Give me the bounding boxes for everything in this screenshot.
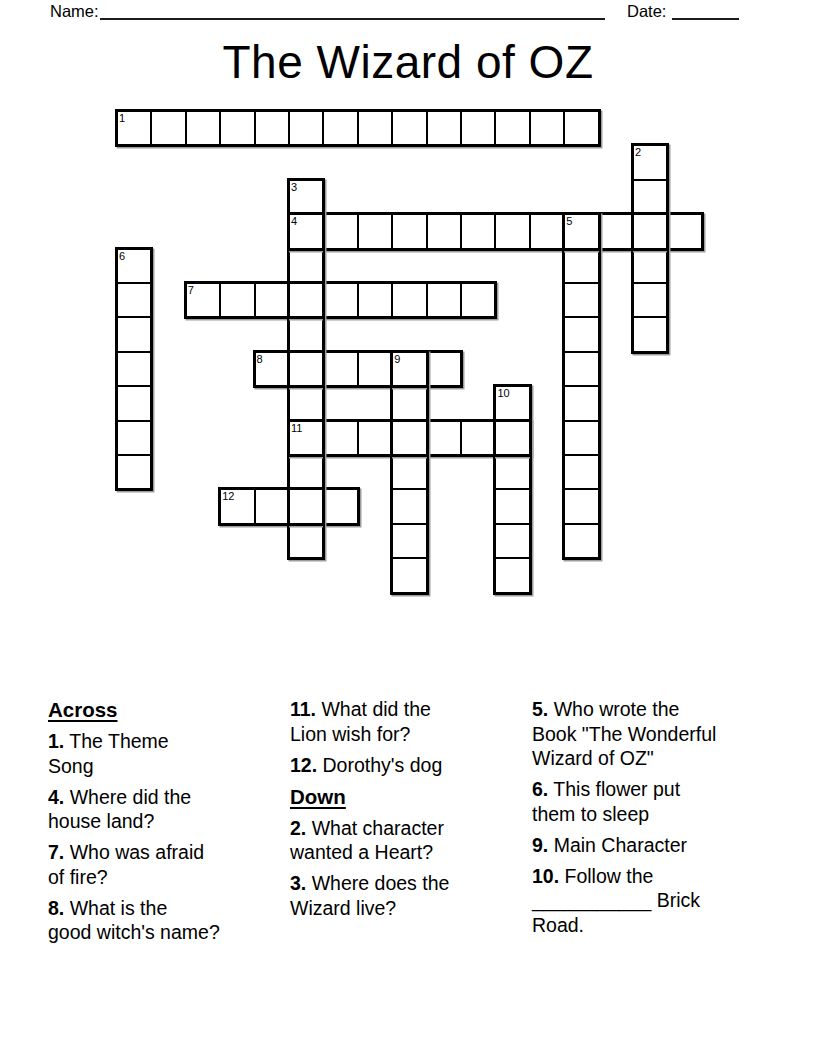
grid-cell[interactable] — [563, 248, 599, 284]
grid-cell[interactable] — [460, 282, 496, 318]
grid-cell[interactable] — [494, 557, 530, 593]
cell-number-label: 3 — [291, 182, 297, 193]
clues-heading: Across — [48, 697, 270, 722]
grid-cell[interactable] — [426, 351, 462, 387]
grid-cell[interactable] — [529, 213, 565, 249]
grid-cell[interactable] — [494, 523, 530, 559]
grid-cell[interactable] — [254, 110, 290, 146]
crossword-grid: 123456789101112 — [116, 110, 703, 594]
grid-cell[interactable] — [288, 110, 324, 146]
grid-cell[interactable] — [357, 282, 393, 318]
date-label: Date: — [627, 2, 666, 21]
grid-cell[interactable] — [563, 420, 599, 456]
grid-cell[interactable] — [357, 213, 393, 249]
grid-cell[interactable] — [563, 110, 599, 146]
grid-cell[interactable] — [632, 282, 668, 318]
grid-cell[interactable] — [529, 110, 565, 146]
grid-cell[interactable] — [426, 282, 462, 318]
grid-cell[interactable] — [391, 110, 427, 146]
clues-heading: Down — [290, 784, 515, 809]
clue-item: 7. Who was afraidof fire? — [48, 840, 270, 889]
cell-number-label: 8 — [257, 354, 263, 365]
grid-cell[interactable] — [460, 420, 496, 456]
grid-cell[interactable] — [288, 488, 324, 524]
grid-cell[interactable] — [598, 213, 634, 249]
clue-item: 11. What did theLion wish for? — [290, 697, 515, 746]
cell-number-label: 11 — [291, 423, 302, 434]
cell-number-label: 4 — [291, 216, 297, 227]
clue-number: 7. — [48, 841, 64, 863]
grid-cell[interactable] — [391, 523, 427, 559]
page-title: The Wizard of OZ — [0, 36, 816, 88]
clue-item: 9. Main Character — [532, 833, 777, 858]
grid-cell[interactable] — [116, 454, 152, 490]
date-blank-line — [672, 18, 739, 20]
clue-column-3: 5. Who wrote theBook "The WonderfulWizar… — [532, 697, 777, 944]
grid-cell[interactable] — [460, 110, 496, 146]
grid-cell[interactable] — [254, 282, 290, 318]
grid-cell[interactable] — [288, 385, 324, 421]
name-blank-line — [100, 18, 605, 20]
grid-cell[interactable] — [219, 110, 255, 146]
grid-cell[interactable] — [632, 316, 668, 352]
clue-number: 11. — [290, 698, 316, 720]
grid-cell[interactable] — [322, 420, 358, 456]
clue-number: 10. — [532, 865, 559, 887]
clue-column-2: 11. What did theLion wish for?12. Doroth… — [290, 697, 515, 927]
clue-number: 5. — [532, 698, 548, 720]
grid-cell[interactable] — [632, 179, 668, 215]
grid-cell[interactable] — [116, 351, 152, 387]
grid-cell[interactable] — [185, 110, 221, 146]
grid-cell[interactable] — [494, 488, 530, 524]
grid-cell[interactable] — [322, 213, 358, 249]
grid-cell[interactable] — [288, 248, 324, 284]
cell-number-label: 6 — [119, 251, 125, 262]
grid-cell[interactable] — [322, 110, 358, 146]
grid-cell[interactable] — [288, 282, 324, 318]
grid-cell[interactable] — [116, 316, 152, 352]
grid-cell[interactable] — [563, 523, 599, 559]
grid-cell[interactable] — [426, 213, 462, 249]
grid-cell[interactable] — [426, 110, 462, 146]
grid-cell[interactable] — [563, 488, 599, 524]
name-label: Name: — [50, 2, 99, 21]
grid-cell[interactable] — [391, 282, 427, 318]
grid-cell[interactable] — [563, 454, 599, 490]
grid-cell[interactable] — [563, 385, 599, 421]
grid-cell[interactable] — [391, 420, 427, 456]
clue-number: 9. — [532, 834, 548, 856]
grid-cell[interactable] — [116, 420, 152, 456]
clue-number: 8. — [48, 897, 64, 919]
grid-cell[interactable] — [116, 385, 152, 421]
clue-number: 12. — [290, 754, 317, 776]
clue-item: 2. What characterwanted a Heart? — [290, 816, 515, 865]
grid-cell[interactable] — [322, 488, 358, 524]
clue-number: 4. — [48, 786, 64, 808]
grid-cell[interactable] — [563, 282, 599, 318]
grid-cell[interactable] — [460, 213, 496, 249]
grid-cell[interactable] — [391, 488, 427, 524]
grid-cell[interactable] — [426, 420, 462, 456]
grid-cell[interactable] — [357, 110, 393, 146]
clue-item: 12. Dorothy's dog — [290, 753, 515, 778]
grid-cell[interactable] — [666, 213, 702, 249]
cell-number-label: 5 — [566, 216, 572, 227]
clue-column-1: Across1. The ThemeSong4. Where did theho… — [48, 697, 270, 951]
grid-cell[interactable] — [391, 385, 427, 421]
grid-cell[interactable] — [391, 454, 427, 490]
grid-cell[interactable] — [288, 351, 324, 387]
grid-cell[interactable] — [322, 351, 358, 387]
grid-cell[interactable] — [391, 213, 427, 249]
grid-cell[interactable] — [150, 110, 186, 146]
grid-cell[interactable] — [632, 213, 668, 249]
clue-item: 8. What is thegood witch's name? — [48, 896, 270, 945]
cell-number-label: 9 — [394, 354, 400, 365]
clue-item: 3. Where does theWizard live? — [290, 871, 515, 920]
grid-cell[interactable] — [116, 282, 152, 318]
grid-cell[interactable] — [357, 420, 393, 456]
cell-number-label: 12 — [222, 491, 234, 502]
grid-cell[interactable] — [563, 316, 599, 352]
grid-cell[interactable] — [254, 488, 290, 524]
grid-cell[interactable] — [494, 454, 530, 490]
grid-cell[interactable] — [219, 282, 255, 318]
clue-item: 1. The ThemeSong — [48, 729, 270, 778]
cell-number-label: 1 — [119, 113, 125, 124]
grid-cell[interactable] — [322, 282, 358, 318]
grid-cell[interactable] — [494, 110, 530, 146]
grid-cell[interactable] — [288, 523, 324, 559]
grid-cell[interactable] — [632, 248, 668, 284]
clue-number: 6. — [532, 778, 548, 800]
grid-cell[interactable] — [494, 213, 530, 249]
cell-number-label: 7 — [188, 285, 194, 296]
grid-cell[interactable] — [494, 420, 530, 456]
clue-item: 4. Where did thehouse land? — [48, 785, 270, 834]
clue-number: 3. — [290, 872, 306, 894]
grid-cell[interactable] — [288, 316, 324, 352]
clue-item: 5. Who wrote theBook "The WonderfulWizar… — [532, 697, 777, 771]
clue-item: 6. This flower putthem to sleep — [532, 777, 777, 826]
cell-number-label: 2 — [635, 147, 641, 158]
clue-number: 1. — [48, 730, 64, 752]
grid-cell[interactable] — [391, 557, 427, 593]
clue-number: 2. — [290, 817, 306, 839]
grid-cell[interactable] — [563, 351, 599, 387]
grid-cell[interactable] — [357, 351, 393, 387]
clue-item: 10. Follow the___________ BrickRoad. — [532, 864, 777, 938]
grid-cell[interactable] — [288, 454, 324, 490]
cell-number-label: 10 — [497, 388, 509, 399]
